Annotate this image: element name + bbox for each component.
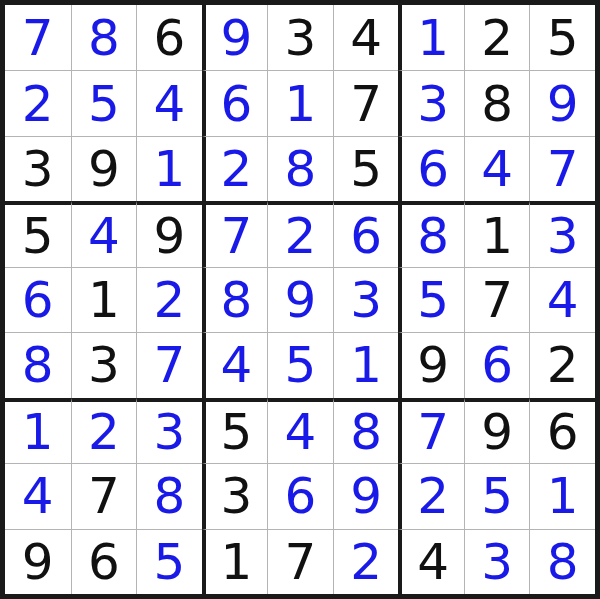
cell-r6c2[interactable]: 3: [71, 332, 137, 397]
cell-r7c6[interactable]: 8: [333, 398, 399, 463]
cell-r8c3[interactable]: 8: [136, 463, 202, 528]
cell-r1c9[interactable]: 5: [529, 5, 595, 70]
cell-r7c7[interactable]: 7: [398, 398, 464, 463]
cell-r7c3[interactable]: 3: [136, 398, 202, 463]
cell-r6c7[interactable]: 9: [398, 332, 464, 397]
cell-r3c5[interactable]: 8: [267, 136, 333, 201]
cell-r5c7[interactable]: 5: [398, 267, 464, 332]
cell-r9c2[interactable]: 6: [71, 529, 137, 594]
cell-r4c2[interactable]: 4: [71, 201, 137, 266]
cell-r7c2[interactable]: 2: [71, 398, 137, 463]
cell-r5c9[interactable]: 4: [529, 267, 595, 332]
cell-r9c5[interactable]: 7: [267, 529, 333, 594]
cell-r5c1[interactable]: 6: [5, 267, 71, 332]
cell-r4c4[interactable]: 7: [202, 201, 268, 266]
cell-r6c3[interactable]: 7: [136, 332, 202, 397]
cell-r2c8[interactable]: 8: [464, 70, 530, 135]
cell-r7c4[interactable]: 5: [202, 398, 268, 463]
cell-r5c3[interactable]: 2: [136, 267, 202, 332]
cell-r3c7[interactable]: 6: [398, 136, 464, 201]
cell-r8c4[interactable]: 3: [202, 463, 268, 528]
cell-r8c1[interactable]: 4: [5, 463, 71, 528]
cell-r3c4[interactable]: 2: [202, 136, 268, 201]
cell-r7c8[interactable]: 9: [464, 398, 530, 463]
cell-r1c4[interactable]: 9: [202, 5, 268, 70]
cell-r6c9[interactable]: 2: [529, 332, 595, 397]
cell-r2c4[interactable]: 6: [202, 70, 268, 135]
cell-r4c6[interactable]: 6: [333, 201, 399, 266]
cell-r2c9[interactable]: 9: [529, 70, 595, 135]
cell-r4c9[interactable]: 3: [529, 201, 595, 266]
cell-r3c1[interactable]: 3: [5, 136, 71, 201]
cell-r3c2[interactable]: 9: [71, 136, 137, 201]
cell-r4c8[interactable]: 1: [464, 201, 530, 266]
cell-r4c7[interactable]: 8: [398, 201, 464, 266]
cell-r9c4[interactable]: 1: [202, 529, 268, 594]
cell-r5c4[interactable]: 8: [202, 267, 268, 332]
cell-r8c6[interactable]: 9: [333, 463, 399, 528]
cell-r1c2[interactable]: 8: [71, 5, 137, 70]
cell-r9c6[interactable]: 2: [333, 529, 399, 594]
cell-r2c1[interactable]: 2: [5, 70, 71, 135]
cell-r7c1[interactable]: 1: [5, 398, 71, 463]
cell-r9c8[interactable]: 3: [464, 529, 530, 594]
cell-r9c3[interactable]: 5: [136, 529, 202, 594]
sudoku-board: 7869341252546173893912856475497268136128…: [0, 0, 600, 599]
cell-r6c1[interactable]: 8: [5, 332, 71, 397]
cell-r2c2[interactable]: 5: [71, 70, 137, 135]
cell-r8c8[interactable]: 5: [464, 463, 530, 528]
cell-r1c3[interactable]: 6: [136, 5, 202, 70]
cell-r7c5[interactable]: 4: [267, 398, 333, 463]
cell-r6c4[interactable]: 4: [202, 332, 268, 397]
cell-r9c1[interactable]: 9: [5, 529, 71, 594]
cell-r8c2[interactable]: 7: [71, 463, 137, 528]
cell-r2c3[interactable]: 4: [136, 70, 202, 135]
cell-r7c9[interactable]: 6: [529, 398, 595, 463]
cell-r3c8[interactable]: 4: [464, 136, 530, 201]
cell-r9c7[interactable]: 4: [398, 529, 464, 594]
cell-r6c5[interactable]: 5: [267, 332, 333, 397]
cell-r4c1[interactable]: 5: [5, 201, 71, 266]
cell-r2c5[interactable]: 1: [267, 70, 333, 135]
cell-r2c7[interactable]: 3: [398, 70, 464, 135]
cell-r1c8[interactable]: 2: [464, 5, 530, 70]
cell-r8c9[interactable]: 1: [529, 463, 595, 528]
cell-r3c3[interactable]: 1: [136, 136, 202, 201]
cell-r5c8[interactable]: 7: [464, 267, 530, 332]
cell-r9c9[interactable]: 8: [529, 529, 595, 594]
cell-r5c6[interactable]: 3: [333, 267, 399, 332]
cell-r1c1[interactable]: 7: [5, 5, 71, 70]
cell-r6c6[interactable]: 1: [333, 332, 399, 397]
cell-r1c7[interactable]: 1: [398, 5, 464, 70]
cell-r4c5[interactable]: 2: [267, 201, 333, 266]
cell-r5c2[interactable]: 1: [71, 267, 137, 332]
cell-r8c5[interactable]: 6: [267, 463, 333, 528]
cell-r1c5[interactable]: 3: [267, 5, 333, 70]
cell-r2c6[interactable]: 7: [333, 70, 399, 135]
cell-r8c7[interactable]: 2: [398, 463, 464, 528]
cell-r1c6[interactable]: 4: [333, 5, 399, 70]
cell-r5c5[interactable]: 9: [267, 267, 333, 332]
cell-r3c9[interactable]: 7: [529, 136, 595, 201]
cell-r6c8[interactable]: 6: [464, 332, 530, 397]
cell-r4c3[interactable]: 9: [136, 201, 202, 266]
cell-r3c6[interactable]: 5: [333, 136, 399, 201]
